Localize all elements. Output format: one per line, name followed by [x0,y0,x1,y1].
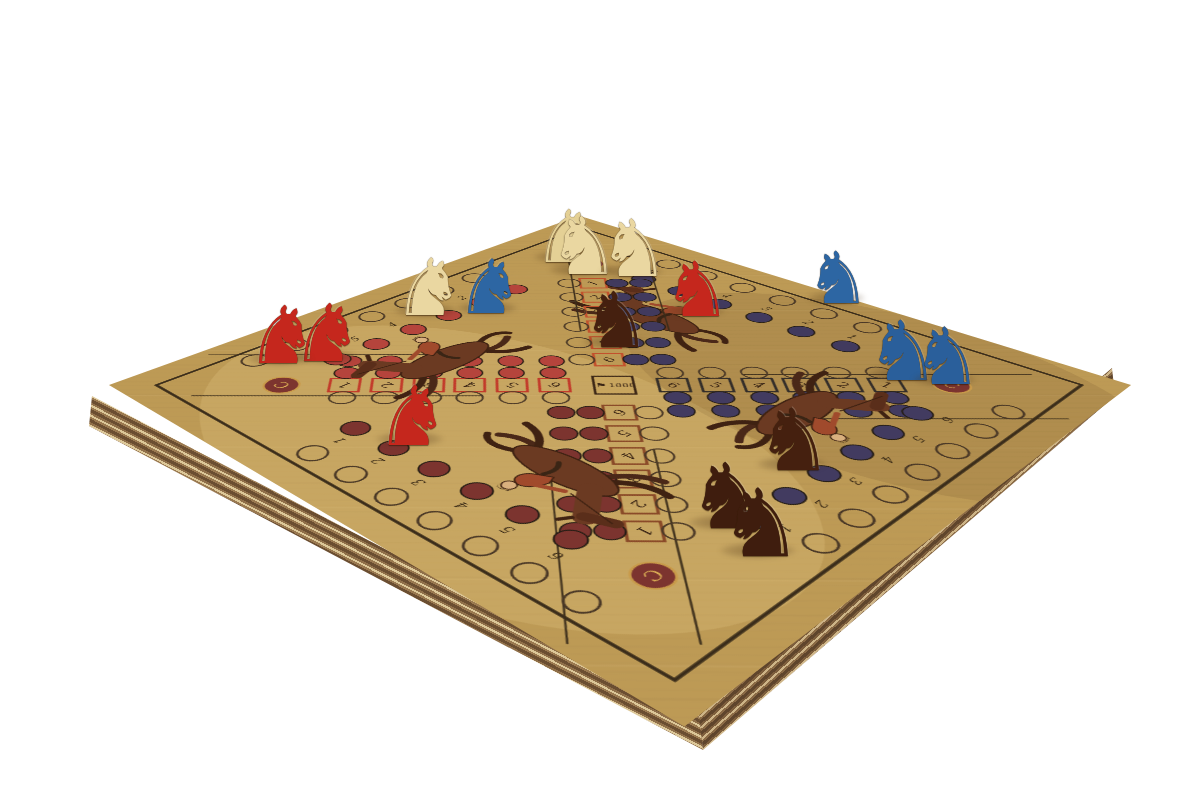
knight-red-11[interactable]: ♞ [373,375,452,458]
knight-dark_brown-12[interactable]: ♞ [580,282,653,359]
scene: { "game": "Wooden horse-race board game … [0,0,1200,800]
knight-red-10[interactable]: ♞ [661,252,733,328]
knight-dark_brown-15[interactable]: ♞ [717,477,806,571]
pieces-layer: ♞♞♞♞♞♞♞♞♞♞♞♞♞♞♞♞ [0,0,1200,800]
knight-blue-7[interactable]: ♞ [910,318,985,397]
knight-red-8[interactable]: ♞ [244,296,320,376]
knight-cream-0[interactable]: ♞ [391,249,466,328]
knight-blue-5[interactable]: ♞ [804,242,872,314]
